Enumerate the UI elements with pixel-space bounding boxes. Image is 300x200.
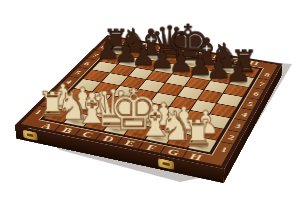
black-pawn-piece: ♟ — [226, 58, 252, 87]
square-h1: ♜ — [189, 137, 217, 153]
square-h7: ♟ — [230, 75, 254, 87]
brass-latch-left — [23, 130, 38, 141]
chess-board: ABCDEFGH ABCDEFGH 87654321 87654321 ♜♞♝♛… — [15, 35, 283, 169]
board-top-face: ABCDEFGH ABCDEFGH 87654321 87654321 ♜♞♝♛… — [15, 35, 283, 169]
brass-latch-right — [158, 158, 174, 170]
chess-set-photo: ABCDEFGH ABCDEFGH 87654321 87654321 ♜♞♝♛… — [0, 0, 300, 200]
white-rook-piece: ♜ — [182, 115, 214, 151]
scene: ABCDEFGH ABCDEFGH 87654321 87654321 ♜♞♝♛… — [0, 0, 300, 200]
